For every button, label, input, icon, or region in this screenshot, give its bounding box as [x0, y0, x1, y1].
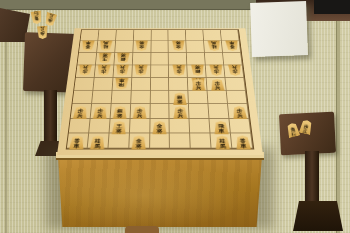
gote-rook-piece[interactable]: 飛車 [115, 78, 129, 90]
board-box-foot [125, 226, 159, 233]
gote-gold-piece[interactable]: 金将 [172, 41, 185, 51]
piece-kanji: 兵 [213, 66, 219, 70]
piece-kanji: 兵 [137, 113, 143, 117]
sente-lance-piece[interactable]: 香車 [69, 136, 85, 150]
sente-king-piece[interactable]: 王将 [112, 121, 127, 134]
gote-gold-piece[interactable]: 金将 [135, 41, 148, 51]
piece-kanji: 歩 [176, 70, 181, 74]
piece-kanji: 将 [157, 128, 163, 133]
tatami-seam-left [5, 9, 7, 233]
piece-kanji: 香 [229, 45, 235, 49]
piece-kanji: 兵 [215, 86, 221, 90]
piece-kanji: 銀 [120, 57, 125, 61]
piece-kanji: 兵 [101, 66, 107, 70]
piece-kanji: 歩 [82, 70, 88, 74]
piece-kanji: 車 [218, 128, 224, 133]
piece-kanji: 車 [85, 42, 91, 46]
sente-gold-piece[interactable]: 金将 [153, 121, 168, 134]
piece-kanji: 兵 [40, 26, 45, 31]
piece-kanji: 桂 [211, 45, 216, 49]
piece-kanji: 馬 [94, 144, 100, 149]
board-box-front [55, 158, 265, 227]
piece-kanji: 馬 [219, 144, 225, 149]
piece-kanji: 将 [117, 113, 123, 117]
gote-pawn-piece[interactable]: 歩兵 [97, 65, 111, 76]
piece-kanji: 将 [121, 53, 126, 57]
piece-kanji: 行 [33, 11, 38, 16]
piece-kanji: 桂 [103, 45, 108, 49]
piece-kanji: 将 [116, 128, 122, 133]
piece-kanji: 車 [73, 144, 79, 149]
gote-komadai-leg [44, 90, 57, 147]
piece-kanji: 歩 [213, 70, 219, 74]
piece-kanji: 兵 [237, 113, 243, 117]
piece-kanji: 兵 [120, 66, 126, 70]
gote-lance-piece[interactable]: 香車 [81, 41, 95, 51]
sente-knight-piece[interactable]: 桂馬 [90, 136, 106, 150]
piece-kanji: 銀 [195, 70, 201, 74]
piece-kanji: 兵 [97, 113, 103, 117]
sente-pawn-piece[interactable]: 歩兵 [73, 106, 89, 119]
gote-pawn-piece[interactable]: 歩兵 [228, 65, 243, 76]
board-pieces-layer: 香車桂馬金将金将桂馬香車玉将銀将歩兵歩兵歩兵歩兵歩兵銀将歩兵歩兵飛車歩兵歩兵歩兵… [66, 29, 255, 149]
gote-silver-piece[interactable]: 銀将 [190, 65, 204, 76]
piece-kanji: 兵 [232, 66, 238, 70]
piece-kanji: 将 [175, 42, 180, 46]
sente-pawn-piece[interactable]: 歩兵 [210, 79, 225, 91]
sente-pawn-piece[interactable]: 歩兵 [232, 106, 248, 119]
sente-komadai-leg [305, 151, 319, 209]
piece-kanji: 兵 [176, 66, 181, 70]
piece-kanji: 歩 [120, 70, 126, 74]
gote-lance-piece[interactable]: 香車 [225, 41, 239, 51]
gote-knight-piece[interactable]: 桂馬 [207, 41, 221, 51]
piece-kanji: 将 [139, 42, 144, 46]
piece-kanji: 歩 [40, 30, 45, 35]
sente-lance-piece[interactable]: 香車 [235, 136, 251, 150]
piece-kanji: 馬 [211, 42, 216, 46]
white-paper [250, 1, 308, 57]
gote-king-piece[interactable]: 玉将 [98, 53, 112, 64]
piece-kanji: 玉 [102, 57, 108, 61]
sente-pawn-piece[interactable]: 歩兵 [133, 106, 148, 119]
piece-kanji: 兵 [77, 113, 83, 117]
piece-kanji: 金 [139, 45, 144, 49]
piece-kanji: 将 [102, 53, 108, 57]
sente-knight-piece[interactable]: 桂馬 [214, 136, 230, 150]
piece-kanji: 歩 [101, 70, 107, 74]
piece-kanji: 将 [177, 99, 183, 103]
gote-pawn-piece[interactable]: 歩兵 [78, 65, 93, 76]
piece-kanji: 馬 [103, 42, 108, 46]
sente-pawn-piece[interactable]: 歩兵 [93, 106, 108, 119]
sente-rook-piece[interactable]: 飛車 [213, 121, 229, 134]
black-object-top-right [314, 0, 350, 14]
tatami-seam-right [336, 9, 340, 233]
piece-kanji: 金 [175, 45, 180, 49]
sente-pawn-piece[interactable]: 歩兵 [173, 106, 188, 119]
shogi-board: 香車桂馬金将金将桂馬香車玉将銀将歩兵歩兵歩兵歩兵歩兵銀将歩兵歩兵飛車歩兵歩兵歩兵… [57, 28, 263, 155]
sente-gold-piece[interactable]: 金将 [132, 136, 147, 150]
piece-kanji: 歩 [139, 70, 144, 74]
piece-kanji: 車 [119, 78, 125, 82]
piece-kanji: 香 [85, 45, 91, 49]
piece-kanji: 将 [194, 66, 200, 70]
gote-pawn-piece[interactable]: 歩兵 [209, 65, 223, 76]
piece-kanji: 兵 [177, 113, 183, 117]
gote-pawn-piece[interactable]: 歩兵 [134, 65, 148, 76]
piece-kanji: 飛 [119, 83, 125, 87]
piece-kanji: 兵 [196, 86, 202, 90]
gote-pawn-piece[interactable]: 歩兵 [172, 65, 186, 76]
piece-kanji: 車 [229, 42, 235, 46]
sente-silver-piece[interactable]: 銀将 [172, 92, 186, 104]
shogi-photo-scene: 歩兵歩兵角行 歩兵角行 香車桂馬金将金将桂馬香車玉将銀将歩兵歩兵歩兵歩兵歩兵銀将… [0, 0, 350, 233]
gote-silver-piece[interactable]: 銀将 [116, 53, 130, 64]
piece-kanji: 兵 [83, 66, 89, 70]
gote-pawn-piece[interactable]: 歩兵 [116, 65, 130, 76]
sente-silver-piece[interactable]: 銀将 [113, 106, 128, 119]
piece-kanji: 将 [136, 144, 142, 149]
piece-kanji: 兵 [139, 66, 144, 70]
sente-komadai-base [293, 201, 343, 231]
gote-knight-piece[interactable]: 桂馬 [99, 41, 113, 51]
piece-kanji: 車 [240, 144, 246, 149]
piece-kanji: 歩 [232, 70, 238, 74]
